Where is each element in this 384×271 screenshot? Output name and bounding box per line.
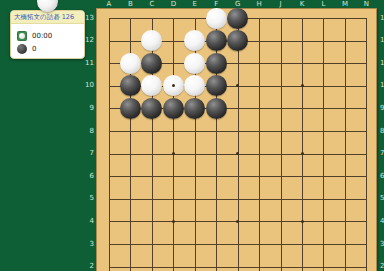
intersection-C10[interactable] bbox=[141, 75, 162, 98]
intersection-C9[interactable] bbox=[141, 97, 162, 120]
intersection-B7[interactable] bbox=[120, 142, 141, 165]
intersection-A10[interactable] bbox=[98, 75, 119, 98]
intersection-H6[interactable] bbox=[248, 165, 269, 188]
row-label-right-8: 8 bbox=[380, 127, 384, 136]
intersection-J9[interactable] bbox=[270, 97, 291, 120]
intersection-F9[interactable] bbox=[206, 97, 227, 120]
white-stone-E11 bbox=[184, 53, 205, 74]
row-label-left-10: 10 bbox=[79, 81, 94, 90]
intersection-L10[interactable] bbox=[313, 75, 334, 98]
intersection-G2[interactable] bbox=[227, 255, 248, 271]
intersection-G6[interactable] bbox=[227, 165, 248, 188]
intersection-F11[interactable] bbox=[206, 52, 227, 75]
white-stone-icon bbox=[19, 33, 25, 39]
intersection-J3[interactable] bbox=[270, 233, 291, 256]
col-label-G: G bbox=[230, 0, 246, 8]
col-label-D: D bbox=[165, 0, 181, 8]
intersection-L8[interactable] bbox=[313, 120, 334, 143]
black-stone-F11 bbox=[206, 53, 227, 74]
intersection-J12[interactable] bbox=[270, 29, 291, 52]
star-point-K7 bbox=[301, 152, 304, 155]
intersection-N10[interactable] bbox=[356, 75, 377, 98]
intersection-H12[interactable] bbox=[248, 29, 269, 52]
intersection-E7[interactable] bbox=[184, 142, 205, 165]
intersection-C7[interactable] bbox=[141, 142, 162, 165]
row-label-left-2: 2 bbox=[79, 262, 94, 271]
intersection-L5[interactable] bbox=[313, 188, 334, 211]
intersection-H11[interactable] bbox=[248, 52, 269, 75]
intersection-C3[interactable] bbox=[141, 233, 162, 256]
intersection-E3[interactable] bbox=[184, 233, 205, 256]
intersection-H7[interactable] bbox=[248, 142, 269, 165]
col-label-E: E bbox=[187, 0, 203, 8]
star-point-D4 bbox=[172, 220, 175, 223]
intersection-E11[interactable] bbox=[184, 52, 205, 75]
intersection-M9[interactable] bbox=[334, 97, 355, 120]
intersection-K13[interactable] bbox=[291, 7, 312, 30]
intersection-A6[interactable] bbox=[98, 165, 119, 188]
intersection-B8[interactable] bbox=[120, 120, 141, 143]
row-label-right-7: 7 bbox=[380, 149, 384, 158]
intersection-D6[interactable] bbox=[163, 165, 184, 188]
row-label-left-9: 9 bbox=[79, 104, 94, 113]
intersection-E8[interactable] bbox=[184, 120, 205, 143]
intersection-G5[interactable] bbox=[227, 188, 248, 211]
intersection-M8[interactable] bbox=[334, 120, 355, 143]
white-stone-B11 bbox=[120, 53, 141, 74]
black-stone-D9 bbox=[163, 98, 184, 119]
intersection-B13[interactable] bbox=[120, 7, 141, 30]
app-screen: 大橋拓文の詰碁 126 00:00 0 ABCDEFGHJKLMN1313121… bbox=[0, 0, 384, 271]
row-label-left-4: 4 bbox=[79, 217, 94, 226]
intersection-N3[interactable] bbox=[356, 233, 377, 256]
intersection-B4[interactable] bbox=[120, 210, 141, 233]
intersection-J7[interactable] bbox=[270, 142, 291, 165]
intersection-M6[interactable] bbox=[334, 165, 355, 188]
intersection-F8[interactable] bbox=[206, 120, 227, 143]
intersection-J2[interactable] bbox=[270, 255, 291, 271]
row-label-right-5: 5 bbox=[380, 194, 384, 203]
intersection-H13[interactable] bbox=[248, 7, 269, 30]
intersection-M4[interactable] bbox=[334, 210, 355, 233]
intersection-N9[interactable] bbox=[356, 97, 377, 120]
intersection-J5[interactable] bbox=[270, 188, 291, 211]
intersection-L13[interactable] bbox=[313, 7, 334, 30]
intersection-L4[interactable] bbox=[313, 210, 334, 233]
col-label-C: C bbox=[144, 0, 160, 8]
intersection-C8[interactable] bbox=[141, 120, 162, 143]
intersection-E13[interactable] bbox=[184, 7, 205, 30]
intersection-E2[interactable] bbox=[184, 255, 205, 271]
intersection-L12[interactable] bbox=[313, 29, 334, 52]
black-stone-C11 bbox=[141, 53, 162, 74]
white-player-icon bbox=[17, 31, 27, 41]
intersection-N4[interactable] bbox=[356, 210, 377, 233]
intersection-H4[interactable] bbox=[248, 210, 269, 233]
intersection-B5[interactable] bbox=[120, 188, 141, 211]
intersection-E10[interactable] bbox=[184, 75, 205, 98]
intersection-D13[interactable] bbox=[163, 7, 184, 30]
intersection-C12[interactable] bbox=[141, 29, 162, 52]
intersection-G12[interactable] bbox=[227, 29, 248, 52]
intersection-F4[interactable] bbox=[206, 210, 227, 233]
intersection-C5[interactable] bbox=[141, 188, 162, 211]
black-stone-B10 bbox=[120, 75, 141, 96]
intersection-L6[interactable] bbox=[313, 165, 334, 188]
intersection-E6[interactable] bbox=[184, 165, 205, 188]
intersection-H9[interactable] bbox=[248, 97, 269, 120]
row-label-right-2: 2 bbox=[380, 262, 384, 271]
intersection-M2[interactable] bbox=[334, 255, 355, 271]
intersection-N5[interactable] bbox=[356, 188, 377, 211]
intersection-M11[interactable] bbox=[334, 52, 355, 75]
row-label-right-13: 13 bbox=[380, 14, 384, 23]
intersection-L7[interactable] bbox=[313, 142, 334, 165]
intersection-A5[interactable] bbox=[98, 188, 119, 211]
intersection-B9[interactable] bbox=[120, 97, 141, 120]
row-label-left-11: 11 bbox=[79, 59, 94, 68]
intersection-J10[interactable] bbox=[270, 75, 291, 98]
intersection-D11[interactable] bbox=[163, 52, 184, 75]
intersection-L11[interactable] bbox=[313, 52, 334, 75]
intersection-F6[interactable] bbox=[206, 165, 227, 188]
intersection-H2[interactable] bbox=[248, 255, 269, 271]
intersection-F10[interactable] bbox=[206, 75, 227, 98]
intersection-B12[interactable] bbox=[120, 29, 141, 52]
star-point-D7 bbox=[172, 152, 175, 155]
intersection-D5[interactable] bbox=[163, 188, 184, 211]
intersection-N2[interactable] bbox=[356, 255, 377, 271]
intersection-M3[interactable] bbox=[334, 233, 355, 256]
intersection-E5[interactable] bbox=[184, 188, 205, 211]
intersection-H5[interactable] bbox=[248, 188, 269, 211]
intersection-J13[interactable] bbox=[270, 7, 291, 30]
intersection-G9[interactable] bbox=[227, 97, 248, 120]
info-panel: 大橋拓文の詰碁 126 00:00 0 bbox=[10, 10, 85, 59]
black-stone-E9 bbox=[184, 98, 205, 119]
col-label-A: A bbox=[101, 0, 117, 8]
intersection-M7[interactable] bbox=[334, 142, 355, 165]
intersection-E9[interactable] bbox=[184, 97, 205, 120]
black-stone-C9 bbox=[141, 98, 162, 119]
row-label-left-8: 8 bbox=[79, 127, 94, 136]
col-label-K: K bbox=[294, 0, 310, 8]
white-stone-E12 bbox=[184, 30, 205, 51]
intersection-B3[interactable] bbox=[120, 233, 141, 256]
black-stone-icon bbox=[17, 44, 27, 54]
black-stone-F10 bbox=[206, 75, 227, 96]
timer-value: 00:00 bbox=[32, 32, 52, 40]
intersection-J8[interactable] bbox=[270, 120, 291, 143]
intersection-N7[interactable] bbox=[356, 142, 377, 165]
intersection-A11[interactable] bbox=[98, 52, 119, 75]
intersection-C6[interactable] bbox=[141, 165, 162, 188]
intersection-H3[interactable] bbox=[248, 233, 269, 256]
white-stone-C10 bbox=[141, 75, 162, 96]
intersection-D2[interactable] bbox=[163, 255, 184, 271]
intersection-G13[interactable] bbox=[227, 7, 248, 30]
row-label-left-5: 5 bbox=[79, 194, 94, 203]
intersection-D12[interactable] bbox=[163, 29, 184, 52]
intersection-J6[interactable] bbox=[270, 165, 291, 188]
intersection-M5[interactable] bbox=[334, 188, 355, 211]
row-label-right-3: 3 bbox=[380, 240, 384, 249]
intersection-G3[interactable] bbox=[227, 233, 248, 256]
intersection-C2[interactable] bbox=[141, 255, 162, 271]
intersection-F12[interactable] bbox=[206, 29, 227, 52]
puzzle-title: 大橋拓文の詰碁 126 bbox=[11, 11, 84, 24]
col-label-L: L bbox=[316, 0, 332, 8]
intersection-F2[interactable] bbox=[206, 255, 227, 271]
intersection-J4[interactable] bbox=[270, 210, 291, 233]
intersection-A9[interactable] bbox=[98, 97, 119, 120]
intersection-K11[interactable] bbox=[291, 52, 312, 75]
row-label-right-9: 9 bbox=[380, 104, 384, 113]
intersection-B10[interactable] bbox=[120, 75, 141, 98]
intersection-A13[interactable] bbox=[98, 7, 119, 30]
intersection-A2[interactable] bbox=[98, 255, 119, 271]
intersection-L3[interactable] bbox=[313, 233, 334, 256]
col-label-H: H bbox=[251, 0, 267, 8]
intersection-F7[interactable] bbox=[206, 142, 227, 165]
black-stone-B9 bbox=[120, 98, 141, 119]
intersection-D9[interactable] bbox=[163, 97, 184, 120]
intersection-A4[interactable] bbox=[98, 210, 119, 233]
intersection-K8[interactable] bbox=[291, 120, 312, 143]
intersection-G8[interactable] bbox=[227, 120, 248, 143]
timer-row: 00:00 bbox=[17, 31, 52, 41]
go-board bbox=[96, 8, 377, 271]
intersection-K5[interactable] bbox=[291, 188, 312, 211]
intersection-A8[interactable] bbox=[98, 120, 119, 143]
intersection-B2[interactable] bbox=[120, 255, 141, 271]
intersection-J11[interactable] bbox=[270, 52, 291, 75]
white-stone-E10 bbox=[184, 75, 205, 96]
intersection-C11[interactable] bbox=[141, 52, 162, 75]
white-stone-C12 bbox=[141, 30, 162, 51]
black-stone-F12 bbox=[206, 30, 227, 51]
intersection-G11[interactable] bbox=[227, 52, 248, 75]
intersection-N13[interactable] bbox=[356, 7, 377, 30]
white-stone-F13 bbox=[206, 8, 227, 29]
intersection-M13[interactable] bbox=[334, 7, 355, 30]
captures-row: 0 bbox=[17, 44, 36, 54]
intersection-C4[interactable] bbox=[141, 210, 162, 233]
intersection-F3[interactable] bbox=[206, 233, 227, 256]
col-label-M: M bbox=[337, 0, 353, 8]
intersection-H10[interactable] bbox=[248, 75, 269, 98]
col-label-F: F bbox=[208, 0, 224, 8]
intersection-D3[interactable] bbox=[163, 233, 184, 256]
row-label-right-11: 11 bbox=[380, 59, 384, 68]
intersection-D8[interactable] bbox=[163, 120, 184, 143]
black-stone-G12 bbox=[227, 30, 248, 51]
intersection-B6[interactable] bbox=[120, 165, 141, 188]
intersection-E4[interactable] bbox=[184, 210, 205, 233]
star-point-K10 bbox=[301, 84, 304, 87]
col-label-J: J bbox=[273, 0, 289, 8]
capture-count: 0 bbox=[32, 45, 36, 53]
intersection-E12[interactable] bbox=[184, 29, 205, 52]
row-label-right-12: 12 bbox=[380, 36, 384, 45]
intersections bbox=[98, 7, 377, 271]
star-point-K4 bbox=[301, 220, 304, 223]
intersection-H8[interactable] bbox=[248, 120, 269, 143]
intersection-C13[interactable] bbox=[141, 7, 162, 30]
intersection-N12[interactable] bbox=[356, 29, 377, 52]
row-label-right-10: 10 bbox=[380, 81, 384, 90]
row-label-left-7: 7 bbox=[79, 149, 94, 158]
col-label-B: B bbox=[122, 0, 138, 8]
intersection-N11[interactable] bbox=[356, 52, 377, 75]
intersection-L2[interactable] bbox=[313, 255, 334, 271]
intersection-K12[interactable] bbox=[291, 29, 312, 52]
intersection-F13[interactable] bbox=[206, 7, 227, 30]
row-label-left-6: 6 bbox=[79, 172, 94, 181]
black-stone-F9 bbox=[206, 98, 227, 119]
intersection-L9[interactable] bbox=[313, 97, 334, 120]
black-stone-G13 bbox=[227, 8, 248, 29]
row-label-right-6: 6 bbox=[380, 172, 384, 181]
intersection-A7[interactable] bbox=[98, 142, 119, 165]
intersection-A3[interactable] bbox=[98, 233, 119, 256]
col-label-N: N bbox=[358, 0, 374, 8]
intersection-A12[interactable] bbox=[98, 29, 119, 52]
intersection-F5[interactable] bbox=[206, 188, 227, 211]
intersection-K9[interactable] bbox=[291, 97, 312, 120]
intersection-N8[interactable] bbox=[356, 120, 377, 143]
intersection-M10[interactable] bbox=[334, 75, 355, 98]
row-label-left-3: 3 bbox=[79, 240, 94, 249]
intersection-K2[interactable] bbox=[291, 255, 312, 271]
row-label-right-4: 4 bbox=[380, 217, 384, 226]
intersection-B11[interactable] bbox=[120, 52, 141, 75]
intersection-K6[interactable] bbox=[291, 165, 312, 188]
intersection-N6[interactable] bbox=[356, 165, 377, 188]
intersection-M12[interactable] bbox=[334, 29, 355, 52]
intersection-K3[interactable] bbox=[291, 233, 312, 256]
